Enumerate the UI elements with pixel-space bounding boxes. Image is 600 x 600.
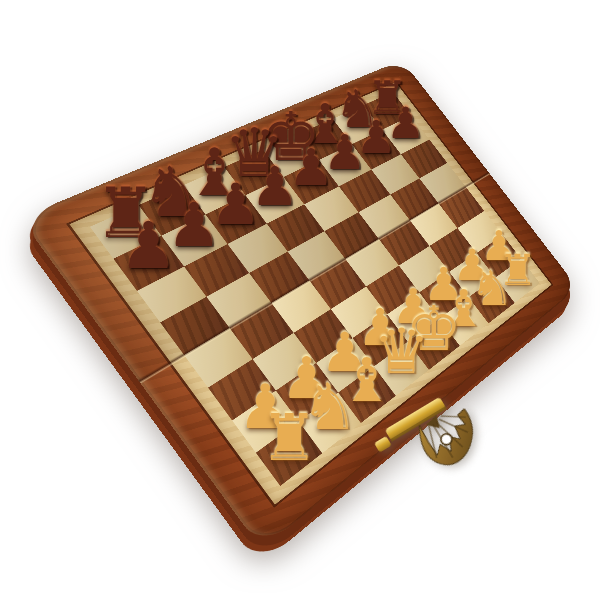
clasp-hinge-knuckle bbox=[374, 436, 392, 453]
piece-white-rook-a1[interactable]: ♜ bbox=[260, 406, 318, 471]
pieces-layer: ♜♞♝♛♚♝♞♜♟♟♟♟♟♟♟♟♟♟♟♟♟♟♟♟♜♞♝♛♚♝♞♜ bbox=[0, 0, 600, 600]
travel-chess-set-scene: ♜♞♝♛♚♝♞♜♟♟♟♟♟♟♟♟♟♟♟♟♟♟♟♟♜♞♝♛♚♝♞♜ bbox=[0, 0, 600, 600]
piece-black-pawn-a7[interactable]: ♟ bbox=[119, 214, 177, 279]
